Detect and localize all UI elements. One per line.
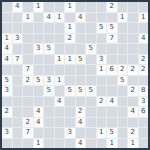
covered-cell[interactable] (97, 107, 107, 117)
clue-cell: 7 (23, 65, 33, 75)
covered-cell[interactable] (128, 44, 138, 54)
clue-cell: 4 (139, 34, 149, 44)
covered-cell[interactable] (76, 97, 86, 107)
covered-cell[interactable] (44, 128, 54, 138)
clue-cell: 5 (44, 86, 54, 96)
covered-cell[interactable] (107, 118, 117, 128)
covered-cell[interactable] (2, 118, 12, 128)
covered-cell[interactable] (128, 118, 138, 128)
covered-cell[interactable] (13, 23, 23, 33)
covered-cell[interactable] (139, 76, 149, 86)
clue-cell: 3 (2, 86, 12, 96)
covered-cell[interactable] (128, 2, 138, 12)
clue-cell: 2 (65, 34, 75, 44)
covered-cell[interactable] (55, 86, 65, 96)
covered-cell[interactable] (86, 139, 96, 149)
covered-cell[interactable] (128, 23, 138, 33)
clue-cell: 1 (2, 34, 12, 44)
covered-cell[interactable] (23, 97, 33, 107)
covered-cell[interactable] (139, 23, 149, 33)
clue-cell: 4 (34, 107, 44, 117)
clue-cell: 6 (139, 107, 149, 117)
covered-cell[interactable] (107, 86, 117, 96)
covered-cell[interactable] (128, 34, 138, 44)
covered-cell[interactable] (86, 97, 96, 107)
covered-cell[interactable] (2, 13, 12, 23)
covered-cell[interactable] (118, 2, 128, 12)
puzzle-board: 4112141411155132744355471153271622252531… (0, 0, 150, 150)
clue-cell: 5 (97, 23, 107, 33)
covered-cell[interactable] (107, 55, 117, 65)
covered-cell[interactable] (13, 65, 23, 75)
clue-cell: 1 (65, 2, 75, 12)
covered-cell[interactable] (34, 86, 44, 96)
clue-cell: 4 (128, 107, 138, 117)
covered-cell[interactable] (76, 23, 86, 33)
covered-cell[interactable] (55, 23, 65, 33)
covered-cell[interactable] (13, 97, 23, 107)
clue-cell: 4 (2, 55, 12, 65)
covered-cell[interactable] (13, 86, 23, 96)
clue-cell: 5 (2, 76, 12, 86)
covered-cell[interactable] (76, 128, 86, 138)
covered-cell[interactable] (97, 44, 107, 54)
covered-cell[interactable] (13, 76, 23, 86)
covered-cell[interactable] (86, 2, 96, 12)
clue-cell: 2 (118, 65, 128, 75)
clue-cell: 7 (13, 55, 23, 65)
covered-cell[interactable] (76, 76, 86, 86)
covered-cell[interactable] (44, 65, 54, 75)
covered-cell[interactable] (34, 97, 44, 107)
covered-cell[interactable] (55, 65, 65, 75)
covered-cell[interactable] (2, 139, 12, 149)
clue-cell: 5 (76, 55, 86, 65)
covered-cell[interactable] (13, 44, 23, 54)
covered-cell[interactable] (44, 97, 54, 107)
clue-cell: 5 (44, 44, 54, 54)
covered-cell[interactable] (86, 118, 96, 128)
covered-cell[interactable] (107, 76, 117, 86)
covered-cell[interactable] (55, 139, 65, 149)
covered-cell[interactable] (65, 13, 75, 23)
clue-cell: 1 (128, 139, 138, 149)
covered-cell[interactable] (44, 118, 54, 128)
clue-cell: 2 (23, 76, 33, 86)
clue-cell: 5 (107, 23, 117, 33)
clue-cell: 3 (97, 55, 107, 65)
covered-cell[interactable] (76, 44, 86, 54)
covered-cell[interactable] (34, 34, 44, 44)
clue-cell: 4 (76, 139, 86, 149)
covered-cell[interactable] (86, 65, 96, 75)
clue-cell: 5 (65, 86, 75, 96)
covered-cell[interactable] (76, 34, 86, 44)
covered-cell[interactable] (118, 34, 128, 44)
covered-cell[interactable] (107, 44, 117, 54)
clue-cell: 2 (128, 128, 138, 138)
clue-cell: 5 (34, 76, 44, 86)
clue-cell: 3 (65, 128, 75, 138)
clue-cell: 4 (2, 44, 12, 54)
covered-cell[interactable] (44, 23, 54, 33)
covered-cell[interactable] (55, 128, 65, 138)
clue-cell: 2 (139, 65, 149, 75)
puzzle-grid: 4112141411155132744355471153271622252531… (2, 2, 148, 148)
clue-cell: 4 (107, 97, 117, 107)
covered-cell[interactable] (65, 65, 75, 75)
covered-cell[interactable] (23, 34, 33, 44)
clue-cell: 6 (107, 65, 117, 75)
clue-cell: 7 (107, 34, 117, 44)
clue-cell: 4 (34, 118, 44, 128)
covered-cell[interactable] (139, 139, 149, 149)
covered-cell[interactable] (65, 118, 75, 128)
covered-cell[interactable] (23, 23, 33, 33)
clue-cell: 8 (139, 86, 149, 96)
covered-cell[interactable] (23, 2, 33, 12)
clue-cell: 2 (128, 86, 138, 96)
covered-cell[interactable] (118, 55, 128, 65)
clue-cell: 7 (23, 128, 33, 138)
covered-cell[interactable] (118, 128, 128, 138)
covered-cell[interactable] (2, 65, 12, 75)
covered-cell[interactable] (97, 118, 107, 128)
covered-cell[interactable] (128, 13, 138, 23)
clue-cell: 3 (2, 128, 12, 138)
clue-cell: 1 (107, 139, 117, 149)
clue-cell: 1 (118, 13, 128, 23)
covered-cell[interactable] (118, 86, 128, 96)
covered-cell[interactable] (97, 2, 107, 12)
covered-cell[interactable] (86, 23, 96, 33)
clue-cell: 3 (13, 34, 23, 44)
covered-cell[interactable] (55, 44, 65, 54)
clue-cell: 1 (65, 23, 75, 33)
covered-cell[interactable] (118, 107, 128, 117)
covered-cell[interactable] (65, 44, 75, 54)
covered-cell[interactable] (2, 23, 12, 33)
covered-cell[interactable] (76, 2, 86, 12)
covered-cell[interactable] (118, 44, 128, 54)
covered-cell[interactable] (44, 107, 54, 117)
covered-cell[interactable] (86, 34, 96, 44)
covered-cell[interactable] (2, 97, 12, 107)
covered-cell[interactable] (65, 76, 75, 86)
covered-cell[interactable] (97, 76, 107, 86)
clue-cell: 2 (23, 118, 33, 128)
covered-cell[interactable] (97, 86, 107, 96)
clue-cell: 1 (34, 139, 44, 149)
covered-cell[interactable] (65, 107, 75, 117)
clue-cell: 2 (139, 55, 149, 65)
clue-cell: 5 (86, 44, 96, 54)
covered-cell[interactable] (55, 118, 65, 128)
covered-cell[interactable] (34, 128, 44, 138)
covered-cell[interactable] (65, 139, 75, 149)
covered-cell[interactable] (139, 44, 149, 54)
clue-cell: 2 (2, 107, 12, 117)
covered-cell[interactable] (86, 13, 96, 23)
covered-cell[interactable] (86, 55, 96, 65)
covered-cell[interactable] (13, 118, 23, 128)
covered-cell[interactable] (23, 139, 33, 149)
covered-cell[interactable] (44, 34, 54, 44)
covered-cell[interactable] (44, 139, 54, 149)
covered-cell[interactable] (118, 23, 128, 33)
covered-cell[interactable] (23, 107, 33, 117)
covered-cell[interactable] (44, 2, 54, 12)
covered-cell[interactable] (86, 128, 96, 138)
clue-cell: 4 (55, 97, 65, 107)
covered-cell[interactable] (65, 97, 75, 107)
clue-cell: 2 (128, 65, 138, 75)
clue-cell: 1 (65, 55, 75, 65)
covered-cell[interactable] (2, 2, 12, 12)
covered-cell[interactable] (55, 2, 65, 12)
covered-cell[interactable] (13, 107, 23, 117)
covered-cell[interactable] (23, 55, 33, 65)
clue-cell: 5 (107, 128, 117, 138)
covered-cell[interactable] (86, 76, 96, 86)
clue-cell: 4 (13, 2, 23, 12)
covered-cell[interactable] (44, 55, 54, 65)
clue-cell: 5 (118, 76, 128, 86)
covered-cell[interactable] (34, 65, 44, 75)
clue-cell: 1 (97, 65, 107, 75)
covered-cell[interactable] (128, 55, 138, 65)
clue-cell: 5 (86, 86, 96, 96)
clue-cell: 5 (76, 86, 86, 96)
covered-cell[interactable] (107, 107, 117, 117)
clue-cell: 1 (97, 128, 107, 138)
clue-cell: 4 (76, 118, 86, 128)
covered-cell[interactable] (97, 13, 107, 23)
covered-cell[interactable] (97, 34, 107, 44)
covered-cell[interactable] (139, 2, 149, 12)
clue-cell: 1 (23, 13, 33, 23)
clue-cell: 2 (97, 97, 107, 107)
clue-cell: 1 (55, 76, 65, 86)
clue-cell: 1 (55, 55, 65, 65)
clue-cell: 1 (55, 13, 65, 23)
covered-cell[interactable] (34, 13, 44, 23)
covered-cell[interactable] (97, 139, 107, 149)
covered-cell[interactable] (107, 13, 117, 23)
covered-cell[interactable] (118, 139, 128, 149)
covered-cell[interactable] (118, 97, 128, 107)
clue-cell: 3 (139, 97, 149, 107)
covered-cell[interactable] (23, 44, 33, 54)
covered-cell[interactable] (55, 107, 65, 117)
clue-cell: 2 (76, 107, 86, 117)
covered-cell[interactable] (23, 86, 33, 96)
covered-cell[interactable] (128, 76, 138, 86)
covered-cell[interactable] (128, 97, 138, 107)
covered-cell[interactable] (139, 128, 149, 138)
covered-cell[interactable] (86, 107, 96, 117)
clue-cell: 1 (139, 13, 149, 23)
covered-cell[interactable] (13, 13, 23, 23)
covered-cell[interactable] (76, 65, 86, 75)
covered-cell[interactable] (13, 128, 23, 138)
covered-cell[interactable] (118, 118, 128, 128)
clue-cell: 4 (76, 13, 86, 23)
clue-cell: 2 (107, 2, 117, 12)
covered-cell[interactable] (34, 23, 44, 33)
clue-cell: 3 (44, 76, 54, 86)
clue-cell: 1 (34, 2, 44, 12)
clue-cell: 3 (34, 44, 44, 54)
covered-cell[interactable] (55, 34, 65, 44)
covered-cell[interactable] (139, 118, 149, 128)
covered-cell[interactable] (13, 139, 23, 149)
covered-cell[interactable] (34, 55, 44, 65)
clue-cell: 4 (44, 13, 54, 23)
